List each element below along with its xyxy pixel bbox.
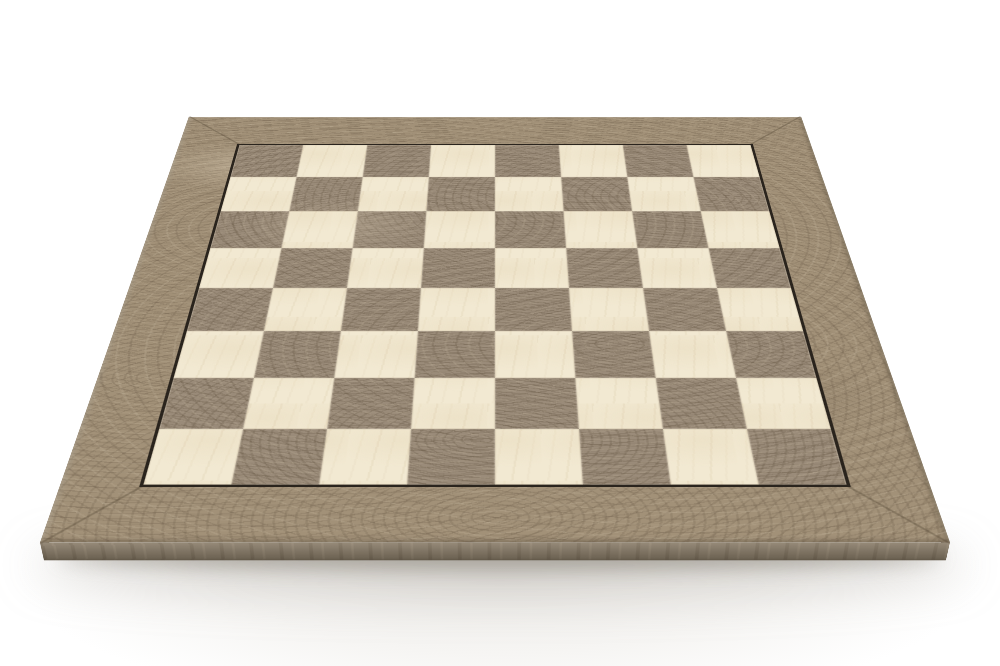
board-square — [199, 248, 281, 288]
board-square — [663, 429, 759, 485]
board-top-face — [40, 117, 950, 543]
board-square — [289, 177, 362, 211]
board-square — [495, 211, 566, 248]
board-square — [297, 145, 368, 177]
board-square — [264, 288, 347, 331]
board-square — [341, 288, 421, 331]
frame-miter-joint — [845, 485, 950, 544]
board-square — [187, 288, 273, 331]
board-square — [363, 145, 431, 177]
frame-miter-joint — [40, 485, 145, 544]
frame-miter-joint — [189, 116, 241, 145]
board-square — [623, 145, 694, 177]
board-square — [495, 429, 583, 485]
board-square — [347, 248, 424, 288]
board-squares-grid — [139, 144, 851, 487]
board-square — [627, 177, 700, 211]
board-square — [319, 429, 411, 485]
board-square — [495, 378, 579, 429]
board-square — [273, 248, 353, 288]
board-square — [561, 177, 632, 211]
board-square — [559, 145, 627, 177]
board-square — [564, 211, 638, 248]
board-square — [495, 331, 575, 378]
board-square — [726, 331, 816, 378]
board-square — [693, 177, 769, 211]
board-square — [426, 177, 495, 211]
board-square — [717, 288, 803, 331]
board-square — [415, 331, 495, 378]
board-square — [221, 177, 297, 211]
frame-miter-joint — [749, 116, 801, 145]
board-square — [411, 378, 495, 429]
board-square — [495, 288, 572, 331]
board-square — [709, 248, 791, 288]
board-square — [231, 429, 327, 485]
board-square — [424, 211, 495, 248]
board-square — [327, 378, 415, 429]
board-square — [243, 378, 334, 429]
board-square — [637, 248, 717, 288]
board-square — [143, 429, 243, 485]
board-square — [230, 145, 303, 177]
board-square — [281, 211, 357, 248]
board-square — [566, 248, 643, 288]
board-square — [495, 145, 561, 177]
board-square — [429, 145, 495, 177]
board-square — [174, 331, 264, 378]
board-square — [747, 429, 847, 485]
board-square — [687, 145, 760, 177]
board-square — [572, 331, 656, 378]
board-square — [334, 331, 418, 378]
board-square — [579, 429, 671, 485]
photo-backdrop — [0, 0, 1000, 666]
board-square — [495, 177, 564, 211]
board-square — [656, 378, 747, 429]
board-square — [649, 331, 736, 378]
board-square — [358, 177, 429, 211]
board-square — [736, 378, 831, 429]
board-square — [495, 248, 569, 288]
board-square — [701, 211, 780, 248]
board-front-edge — [40, 542, 950, 560]
board-square — [569, 288, 649, 331]
board-square — [353, 211, 427, 248]
board-square — [210, 211, 289, 248]
board-square — [254, 331, 341, 378]
chess-board — [40, 117, 950, 543]
board-square — [632, 211, 708, 248]
board-square — [159, 378, 254, 429]
board-square — [421, 248, 495, 288]
board-square — [418, 288, 495, 331]
board-square — [407, 429, 495, 485]
board-square — [643, 288, 726, 331]
board-square — [575, 378, 663, 429]
